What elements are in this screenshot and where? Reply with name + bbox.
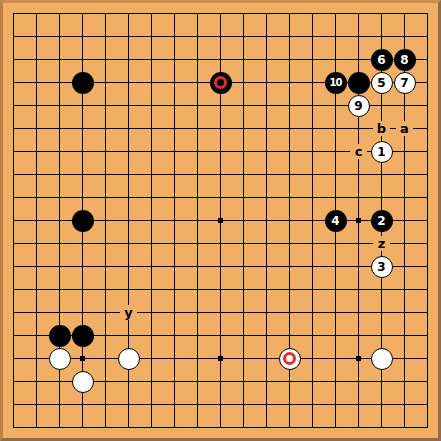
- star-point-pp: [356, 356, 361, 361]
- label-y[interactable]: y: [120, 305, 137, 320]
- stone-white-cp[interactable]: [49, 348, 71, 370]
- move-number: 4: [331, 215, 339, 227]
- move-number: 1: [377, 146, 385, 158]
- label-c[interactable]: c: [350, 144, 367, 159]
- stone-black-qc[interactable]: 6: [371, 49, 393, 71]
- stone-black-do[interactable]: [72, 325, 94, 347]
- label-b[interactable]: b: [373, 121, 390, 136]
- move-number: 2: [377, 215, 385, 227]
- stone-black-co[interactable]: [49, 325, 71, 347]
- circle-marker-icon: [214, 76, 227, 89]
- stone-white-ql[interactable]: 3: [371, 256, 393, 278]
- stone-black-pd[interactable]: [348, 72, 370, 94]
- circle-marker-icon: [283, 352, 296, 365]
- stone-black-rc[interactable]: 8: [394, 49, 416, 71]
- star-point-jj: [218, 218, 223, 223]
- stone-black-jd[interactable]: [210, 72, 232, 94]
- move-number: 8: [400, 54, 408, 66]
- stone-white-fp[interactable]: [118, 348, 140, 370]
- stone-white-pe[interactable]: 9: [348, 95, 370, 117]
- label-z[interactable]: z: [373, 236, 390, 251]
- stone-white-rd[interactable]: 7: [394, 72, 416, 94]
- stone-black-dd[interactable]: [72, 72, 94, 94]
- star-point-pj: [356, 218, 361, 223]
- go-board[interactable]: abcyz10684257913: [0, 0, 441, 441]
- star-point-jp: [218, 356, 223, 361]
- stone-black-qj[interactable]: 2: [371, 210, 393, 232]
- stone-white-mp[interactable]: [279, 348, 301, 370]
- stone-white-qd[interactable]: 5: [371, 72, 393, 94]
- star-point-dp: [80, 356, 85, 361]
- stone-black-od[interactable]: 10: [325, 72, 347, 94]
- stone-white-qg[interactable]: 1: [371, 141, 393, 163]
- move-number: 6: [377, 54, 385, 66]
- move-number: 7: [400, 77, 408, 89]
- stone-black-oj[interactable]: 4: [325, 210, 347, 232]
- stone-white-qp[interactable]: [371, 348, 393, 370]
- stone-black-dj[interactable]: [72, 210, 94, 232]
- stone-white-dq[interactable]: [72, 371, 94, 393]
- move-number: 9: [354, 100, 362, 112]
- move-number: 5: [377, 77, 385, 89]
- move-number: 3: [377, 261, 385, 273]
- label-a[interactable]: a: [396, 121, 413, 136]
- move-number: 10: [330, 78, 342, 88]
